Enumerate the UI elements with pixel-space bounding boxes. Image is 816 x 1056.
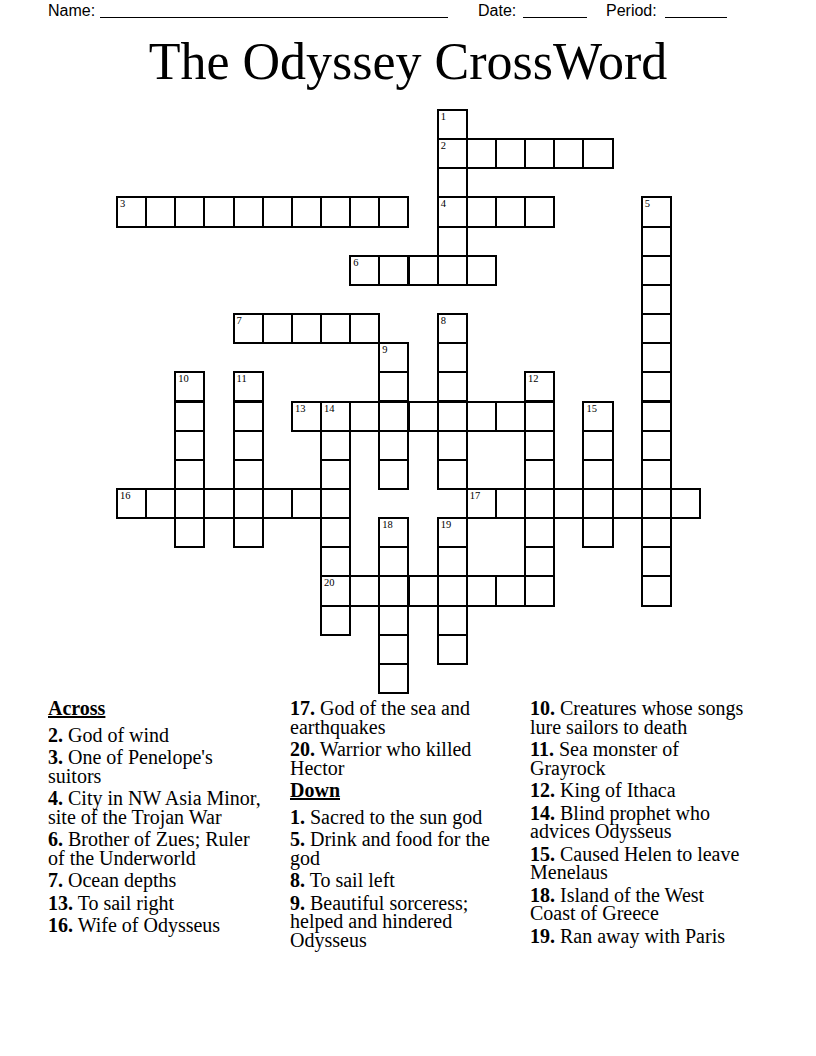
cell-r11c9[interactable]: [378, 430, 409, 461]
cell-r8c18[interactable]: [641, 342, 672, 373]
cell-r9c18[interactable]: [641, 371, 672, 402]
cell-r11c14[interactable]: [524, 430, 555, 461]
cell-r13c18[interactable]: [641, 488, 672, 519]
cell-r1c14[interactable]: [524, 138, 555, 169]
cell-r10c8[interactable]: [349, 401, 380, 432]
cell-r13c4[interactable]: [233, 488, 264, 519]
cell-r7c18[interactable]: [641, 313, 672, 344]
cell-r13c2[interactable]: [174, 488, 205, 519]
cell-r9c2[interactable]: 10: [174, 371, 205, 402]
cell-r10c12[interactable]: [466, 401, 497, 432]
cell-r10c13[interactable]: [495, 401, 526, 432]
cell-r6c18[interactable]: [641, 284, 672, 315]
cell-r4c18[interactable]: [641, 226, 672, 257]
date-blank-line[interactable]: [523, 17, 587, 18]
cell-r3c11[interactable]: 4: [437, 196, 468, 227]
cell-r1c15[interactable]: [553, 138, 584, 169]
cell-r17c7[interactable]: [320, 605, 351, 636]
clues-column-3: 10. Creatures whose songs lure sailors t…: [530, 699, 749, 949]
cell-number: 19: [441, 519, 452, 530]
name-label: Name:: [48, 2, 95, 20]
cell-r3c18[interactable]: 5: [641, 196, 672, 227]
cell-r16c9[interactable]: [378, 575, 409, 606]
cell-number: 5: [645, 198, 650, 209]
cell-number: 12: [528, 373, 539, 384]
cell-r7c4[interactable]: 7: [233, 313, 264, 344]
cell-r13c13[interactable]: [495, 488, 526, 519]
cell-r10c11[interactable]: [437, 401, 468, 432]
cell-number: 13: [295, 403, 306, 414]
cell-r12c16[interactable]: [582, 459, 613, 490]
cell-number: 20: [324, 577, 335, 588]
clue-down-18: 18. Island of the West Coast of Greece: [530, 886, 749, 923]
cell-r10c10[interactable]: [408, 401, 439, 432]
cell-r0c11[interactable]: 1: [437, 109, 468, 140]
clue-down-12: 12. King of Ithaca: [530, 781, 749, 800]
period-blank-line[interactable]: [665, 17, 727, 18]
cell-r13c12[interactable]: 17: [466, 488, 497, 519]
cell-r7c7[interactable]: [320, 313, 351, 344]
cell-r10c4[interactable]: [233, 401, 264, 432]
clue-across-6: 6. Brother of Zues; Ruler of the Underwo…: [48, 830, 267, 867]
cell-r11c11[interactable]: [437, 430, 468, 461]
cell-r11c7[interactable]: [320, 430, 351, 461]
cell-number: 18: [382, 519, 393, 530]
cell-r12c2[interactable]: [174, 459, 205, 490]
cell-r15c11[interactable]: [437, 546, 468, 577]
cell-r17c9[interactable]: [378, 605, 409, 636]
cell-r10c16[interactable]: 15: [582, 401, 613, 432]
cell-r14c11[interactable]: 19: [437, 517, 468, 548]
down-heading: Down: [290, 781, 509, 800]
cell-r7c5[interactable]: [262, 313, 293, 344]
cell-r13c3[interactable]: [203, 488, 234, 519]
cell-r11c4[interactable]: [233, 430, 264, 461]
cell-r9c4[interactable]: 11: [233, 371, 264, 402]
clue-down-15: 15. Caused Helen to leave Menelaus: [530, 845, 749, 882]
cell-r8c11[interactable]: [437, 342, 468, 373]
cell-r12c14[interactable]: [524, 459, 555, 490]
cell-r13c5[interactable]: [262, 488, 293, 519]
cell-r3c5[interactable]: [262, 196, 293, 227]
cell-r13c15[interactable]: [553, 488, 584, 519]
cell-r8c9[interactable]: 9: [378, 342, 409, 373]
cell-number: 6: [353, 257, 358, 268]
cell-r13c17[interactable]: [612, 488, 643, 519]
clue-across-2: 2. God of wind: [48, 726, 267, 745]
clue-across-13: 13. To sail right: [48, 894, 267, 913]
cell-r3c13[interactable]: [495, 196, 526, 227]
worksheet-page: { "game": "crossword", "title": "The Ody…: [0, 0, 816, 1056]
cell-r14c2[interactable]: [174, 517, 205, 548]
clues-column-2: 17. God of the sea and earthquakes20. Wa…: [290, 699, 509, 953]
cell-number: 3: [120, 198, 125, 209]
cell-r3c3[interactable]: [203, 196, 234, 227]
cell-r10c14[interactable]: [524, 401, 555, 432]
cell-r13c6[interactable]: [291, 488, 322, 519]
cell-r11c2[interactable]: [174, 430, 205, 461]
cell-number: 4: [441, 198, 446, 209]
page-title: The Odyssey CrossWord: [0, 36, 816, 88]
cell-number: 17: [470, 490, 481, 501]
cell-r13c16[interactable]: [582, 488, 613, 519]
date-label: Date:: [478, 2, 516, 20]
clue-down-10: 10. Creatures whose songs lure sailors t…: [530, 699, 749, 736]
cell-r1c13[interactable]: [495, 138, 526, 169]
cell-r3c7[interactable]: [320, 196, 351, 227]
cell-r1c16[interactable]: [582, 138, 613, 169]
cell-r4c11[interactable]: [437, 226, 468, 257]
cell-r16c14[interactable]: [524, 575, 555, 606]
cell-r18c9[interactable]: [378, 634, 409, 665]
cell-r12c9[interactable]: [378, 459, 409, 490]
cell-r1c11[interactable]: 2: [437, 138, 468, 169]
cell-r16c7[interactable]: 20: [320, 575, 351, 606]
cell-r19c9[interactable]: [378, 663, 409, 694]
cell-r3c8[interactable]: [349, 196, 380, 227]
cell-r3c2[interactable]: [174, 196, 205, 227]
cell-r7c11[interactable]: 8: [437, 313, 468, 344]
cell-r14c18[interactable]: [641, 517, 672, 548]
cell-r11c16[interactable]: [582, 430, 613, 461]
cell-r16c18[interactable]: [641, 575, 672, 606]
cell-r15c18[interactable]: [641, 546, 672, 577]
cell-r7c8[interactable]: [349, 313, 380, 344]
cell-r16c8[interactable]: [349, 575, 380, 606]
cell-r12c7[interactable]: [320, 459, 351, 490]
cell-r10c9[interactable]: [378, 401, 409, 432]
cell-r3c12[interactable]: [466, 196, 497, 227]
cell-r13c0[interactable]: 16: [116, 488, 147, 519]
clue-across-3: 3. One of Penelope's suitors: [48, 748, 267, 785]
cell-r3c1[interactable]: [145, 196, 176, 227]
cell-r16c13[interactable]: [495, 575, 526, 606]
name-blank-line[interactable]: [100, 17, 448, 18]
cell-r10c7[interactable]: 14: [320, 401, 351, 432]
cell-number: 10: [178, 373, 189, 384]
cell-r3c6[interactable]: [291, 196, 322, 227]
cell-r12c11[interactable]: [437, 459, 468, 490]
cell-r16c12[interactable]: [466, 575, 497, 606]
cell-r12c18[interactable]: [641, 459, 672, 490]
cell-r17c11[interactable]: [437, 605, 468, 636]
cell-r9c9[interactable]: [378, 371, 409, 402]
cell-r5c10[interactable]: [408, 255, 439, 286]
cell-number: 15: [586, 403, 597, 414]
cell-number: 11: [237, 373, 247, 384]
cell-r15c14[interactable]: [524, 546, 555, 577]
clues-column-1: Across 2. God of wind3. One of Penelope'…: [48, 699, 267, 939]
cell-r7c6[interactable]: [291, 313, 322, 344]
cell-number: 1: [441, 111, 446, 122]
clue-across-4: 4. City in NW Asia Minor, site of the Tr…: [48, 789, 267, 826]
cell-r2c11[interactable]: [437, 167, 468, 198]
cell-number: 9: [382, 344, 387, 355]
clue-down-8: 8. To sail left: [290, 871, 509, 890]
clue-across-16: 16. Wife of Odysseus: [48, 916, 267, 935]
cell-r14c9[interactable]: 18: [378, 517, 409, 548]
cell-r1c12[interactable]: [466, 138, 497, 169]
cell-r5c8[interactable]: 6: [349, 255, 380, 286]
cell-number: 14: [324, 403, 335, 414]
cell-r16c11[interactable]: [437, 575, 468, 606]
clue-down-5: 5. Drink and food for the god: [290, 830, 509, 867]
across-heading: Across: [48, 699, 267, 718]
cell-r11c18[interactable]: [641, 430, 672, 461]
cell-r13c14[interactable]: [524, 488, 555, 519]
clue-down-1: 1. Sacred to the sun god: [290, 808, 509, 827]
cell-number: 8: [441, 315, 446, 326]
cell-r15c9[interactable]: [378, 546, 409, 577]
cell-r5c11[interactable]: [437, 255, 468, 286]
cell-r13c19[interactable]: [670, 488, 701, 519]
cell-r3c9[interactable]: [378, 196, 409, 227]
cell-number: 2: [441, 140, 446, 151]
clue-across-17: 17. God of the sea and earthquakes: [290, 699, 509, 736]
cell-r12c4[interactable]: [233, 459, 264, 490]
cell-r14c16[interactable]: [582, 517, 613, 548]
cell-r9c11[interactable]: [437, 371, 468, 402]
cell-r5c9[interactable]: [378, 255, 409, 286]
cell-r3c14[interactable]: [524, 196, 555, 227]
cell-r5c12[interactable]: [466, 255, 497, 286]
clue-down-9: 9. Beautiful sorceress; helped and hinde…: [290, 894, 509, 950]
period-label: Period:: [606, 2, 657, 20]
clues-section: Across 2. God of wind3. One of Penelope'…: [48, 699, 772, 979]
cell-r16c10[interactable]: [408, 575, 439, 606]
clue-down-19: 19. Ran away with Paris: [530, 927, 749, 946]
cell-r14c4[interactable]: [233, 517, 264, 548]
cell-r3c0[interactable]: 3: [116, 196, 147, 227]
cell-r3c4[interactable]: [233, 196, 264, 227]
cell-number: 7: [237, 315, 242, 326]
clue-down-11: 11. Sea monster of Grayrock: [530, 740, 749, 777]
cell-r10c2[interactable]: [174, 401, 205, 432]
cell-r14c14[interactable]: [524, 517, 555, 548]
cell-r9c14[interactable]: 12: [524, 371, 555, 402]
cell-r5c18[interactable]: [641, 255, 672, 286]
cell-r13c7[interactable]: [320, 488, 351, 519]
clue-across-7: 7. Ocean depths: [48, 871, 267, 890]
crossword-grid: 1234567891011121314151617181920: [116, 109, 701, 694]
cell-r14c7[interactable]: [320, 517, 351, 548]
cell-r13c1[interactable]: [145, 488, 176, 519]
clue-down-14: 14. Blind prophet who advices Odysseus: [530, 804, 749, 841]
cell-r15c7[interactable]: [320, 546, 351, 577]
cell-number: 16: [120, 490, 131, 501]
cell-r10c18[interactable]: [641, 401, 672, 432]
cell-r10c6[interactable]: 13: [291, 401, 322, 432]
clue-across-20: 20. Warrior who killed Hector: [290, 740, 509, 777]
cell-r18c11[interactable]: [437, 634, 468, 665]
